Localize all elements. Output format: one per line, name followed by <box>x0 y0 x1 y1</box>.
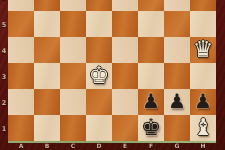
white-king[interactable]: ♚ <box>89 64 110 87</box>
square-h4[interactable]: ♛ <box>190 37 216 63</box>
square-d6[interactable] <box>86 0 112 11</box>
file-label-e: E <box>112 143 138 149</box>
file-label-a: A <box>8 143 34 149</box>
chessboard: ♛♚♟♟♟♚♝ 654321 ABCDEFGH <box>0 0 225 150</box>
rank-label-2: 2 <box>0 100 8 107</box>
square-g4[interactable] <box>164 37 190 63</box>
square-h5[interactable] <box>190 11 216 37</box>
square-c1[interactable] <box>60 115 86 141</box>
square-f2[interactable]: ♟ <box>138 89 164 115</box>
square-e4[interactable] <box>112 37 138 63</box>
square-c6[interactable] <box>60 0 86 11</box>
square-g1[interactable] <box>164 115 190 141</box>
square-b6[interactable] <box>34 0 60 11</box>
square-c3[interactable] <box>60 63 86 89</box>
rank-label-1: 1 <box>0 126 8 133</box>
black-pawn[interactable]: ♟ <box>194 91 212 111</box>
square-g6[interactable] <box>164 0 190 11</box>
square-b3[interactable] <box>34 63 60 89</box>
square-b1[interactable] <box>34 115 60 141</box>
square-f5[interactable] <box>138 11 164 37</box>
square-g3[interactable] <box>164 63 190 89</box>
square-e2[interactable] <box>112 89 138 115</box>
file-label-c: C <box>60 143 86 149</box>
black-pawn[interactable]: ♟ <box>168 91 186 111</box>
square-h1[interactable]: ♝ <box>190 115 216 141</box>
square-f3[interactable] <box>138 63 164 89</box>
white-bishop[interactable]: ♝ <box>193 116 214 139</box>
square-c2[interactable] <box>60 89 86 115</box>
black-pawn[interactable]: ♟ <box>142 91 160 111</box>
file-label-g: G <box>164 143 190 149</box>
square-a1[interactable] <box>8 115 34 141</box>
white-queen[interactable]: ♛ <box>193 38 214 61</box>
square-c4[interactable] <box>60 37 86 63</box>
square-f4[interactable] <box>138 37 164 63</box>
square-a4[interactable] <box>8 37 34 63</box>
square-a2[interactable] <box>8 89 34 115</box>
square-a5[interactable] <box>8 11 34 37</box>
board-grid: ♛♚♟♟♟♚♝ <box>8 0 216 141</box>
rank-label-4: 4 <box>0 48 8 55</box>
square-d2[interactable] <box>86 89 112 115</box>
square-h6[interactable] <box>190 0 216 11</box>
file-label-h: H <box>190 143 216 149</box>
square-e1[interactable] <box>112 115 138 141</box>
square-e5[interactable] <box>112 11 138 37</box>
square-e6[interactable] <box>112 0 138 11</box>
black-king[interactable]: ♚ <box>141 116 162 139</box>
file-label-d: D <box>86 143 112 149</box>
square-e3[interactable] <box>112 63 138 89</box>
square-d1[interactable] <box>86 115 112 141</box>
square-a3[interactable] <box>8 63 34 89</box>
square-a6[interactable] <box>8 0 34 11</box>
square-h2[interactable]: ♟ <box>190 89 216 115</box>
square-b5[interactable] <box>34 11 60 37</box>
rank-label-6: 6 <box>0 0 8 2</box>
file-label-f: F <box>138 143 164 149</box>
square-b2[interactable] <box>34 89 60 115</box>
square-f6[interactable] <box>138 0 164 11</box>
rank-label-3: 3 <box>0 74 8 81</box>
square-d5[interactable] <box>86 11 112 37</box>
square-g5[interactable] <box>164 11 190 37</box>
rank-label-5: 5 <box>0 22 8 29</box>
square-d3[interactable]: ♚ <box>86 63 112 89</box>
square-b4[interactable] <box>34 37 60 63</box>
square-f1[interactable]: ♚ <box>138 115 164 141</box>
file-label-b: B <box>34 143 60 149</box>
square-c5[interactable] <box>60 11 86 37</box>
square-h3[interactable] <box>190 63 216 89</box>
square-g2[interactable]: ♟ <box>164 89 190 115</box>
square-d4[interactable] <box>86 37 112 63</box>
